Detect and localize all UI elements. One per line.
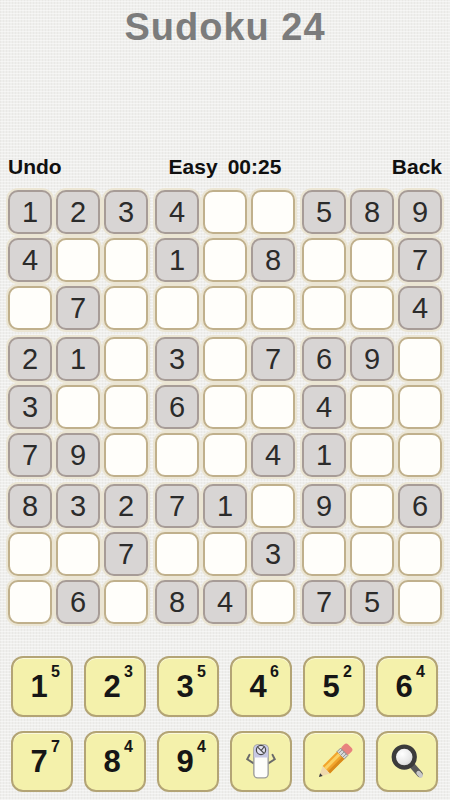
cell-r6c1[interactable]: 7 [8, 433, 52, 477]
digit-label: 3 [176, 671, 193, 702]
cell-r4c2[interactable]: 1 [56, 337, 100, 381]
cell-r1c7[interactable]: 5 [302, 190, 346, 234]
difficulty-label: Easy [169, 155, 218, 178]
cell-r9c8[interactable]: 5 [350, 580, 394, 624]
cell-r7c3[interactable]: 2 [104, 484, 148, 528]
cell-r9c3[interactable] [104, 580, 148, 624]
remaining-count-badge: 4 [197, 739, 206, 755]
cell-r3c5[interactable] [203, 286, 247, 330]
cell-r8c7[interactable] [302, 532, 346, 576]
block-3-1: 83276 [8, 484, 148, 624]
digit-label: 8 [103, 746, 120, 777]
cell-r6c8[interactable] [350, 433, 394, 477]
remaining-count-badge: 2 [343, 664, 352, 680]
cell-r1c8[interactable]: 8 [350, 190, 394, 234]
digit-label: 9 [176, 746, 193, 777]
cell-r7c4[interactable]: 7 [155, 484, 199, 528]
cell-r1c4[interactable]: 4 [155, 190, 199, 234]
cell-r4c6[interactable]: 7 [251, 337, 295, 381]
digit-button-7[interactable]: 77 [11, 731, 73, 792]
cell-r2c7[interactable] [302, 238, 346, 282]
cell-r2c4[interactable]: 1 [155, 238, 199, 282]
cell-r3c6[interactable] [251, 286, 295, 330]
cell-r1c6[interactable] [251, 190, 295, 234]
cell-r9c9[interactable] [398, 580, 442, 624]
block-1-3: 58974 [302, 190, 442, 330]
back-button[interactable]: Back [392, 155, 442, 179]
cell-r5c7[interactable]: 4 [302, 385, 346, 429]
digit-button-2[interactable]: 23 [84, 656, 146, 717]
remaining-count-badge: 3 [124, 664, 133, 680]
cell-r5c8[interactable] [350, 385, 394, 429]
block-1-2: 418 [155, 190, 295, 330]
remaining-count-badge: 7 [51, 739, 60, 755]
cell-r2c5[interactable] [203, 238, 247, 282]
cell-r4c8[interactable]: 9 [350, 337, 394, 381]
cell-r6c9[interactable] [398, 433, 442, 477]
digit-button-4[interactable]: 46 [230, 656, 292, 717]
cell-r8c6[interactable]: 3 [251, 532, 295, 576]
cell-r7c1[interactable]: 8 [8, 484, 52, 528]
cell-r7c9[interactable]: 6 [398, 484, 442, 528]
cell-r5c9[interactable] [398, 385, 442, 429]
game-toolbar: Undo Easy00:25 Back [8, 155, 442, 181]
digit-label: 1 [30, 671, 47, 702]
cell-r7c5[interactable]: 1 [203, 484, 247, 528]
cell-r3c9[interactable]: 4 [398, 286, 442, 330]
cell-r3c7[interactable] [302, 286, 346, 330]
cell-r5c4[interactable]: 6 [155, 385, 199, 429]
block-3-2: 71384 [155, 484, 295, 624]
block-3-3: 9675 [302, 484, 442, 624]
cell-r5c2[interactable] [56, 385, 100, 429]
cell-r7c8[interactable] [350, 484, 394, 528]
cell-r6c6[interactable]: 4 [251, 433, 295, 477]
digit-button-9[interactable]: 94 [157, 731, 219, 792]
cell-r9c7[interactable]: 7 [302, 580, 346, 624]
cell-r4c3[interactable] [104, 337, 148, 381]
cell-r9c4[interactable]: 8 [155, 580, 199, 624]
cell-r8c4[interactable] [155, 532, 199, 576]
cell-r3c3[interactable] [104, 286, 148, 330]
cell-r5c3[interactable] [104, 385, 148, 429]
cell-r1c5[interactable] [203, 190, 247, 234]
cell-r4c4[interactable]: 3 [155, 337, 199, 381]
cell-r8c5[interactable] [203, 532, 247, 576]
cell-r6c5[interactable] [203, 433, 247, 477]
cell-r7c2[interactable]: 3 [56, 484, 100, 528]
cell-r5c5[interactable] [203, 385, 247, 429]
digit-label: 6 [395, 671, 412, 702]
cell-r8c2[interactable] [56, 532, 100, 576]
cell-r3c1[interactable] [8, 286, 52, 330]
timer-label: 00:25 [228, 155, 282, 178]
pencil-button[interactable] [303, 731, 365, 792]
cell-r1c3[interactable]: 3 [104, 190, 148, 234]
cell-r3c4[interactable] [155, 286, 199, 330]
cell-r2c8[interactable] [350, 238, 394, 282]
digit-button-8[interactable]: 84 [84, 731, 146, 792]
cell-r9c6[interactable] [251, 580, 295, 624]
remaining-count-badge: 4 [124, 739, 133, 755]
cell-r2c9[interactable]: 7 [398, 238, 442, 282]
cell-r9c2[interactable]: 6 [56, 580, 100, 624]
digit-label: 2 [103, 671, 120, 702]
magnifier-button[interactable] [376, 731, 438, 792]
cell-r2c1[interactable]: 4 [8, 238, 52, 282]
cell-r6c2[interactable]: 9 [56, 433, 100, 477]
cell-r2c2[interactable] [56, 238, 100, 282]
digit-label: 5 [322, 671, 339, 702]
cell-r4c9[interactable] [398, 337, 442, 381]
cell-r4c5[interactable] [203, 337, 247, 381]
cell-r8c8[interactable] [350, 532, 394, 576]
cell-r1c1[interactable]: 1 [8, 190, 52, 234]
cell-r3c8[interactable] [350, 286, 394, 330]
remaining-count-badge: 6 [270, 664, 279, 680]
digit-button-3[interactable]: 35 [157, 656, 219, 717]
cell-r1c9[interactable]: 9 [398, 190, 442, 234]
cell-r8c3[interactable]: 7 [104, 532, 148, 576]
cell-r3c2[interactable]: 7 [56, 286, 100, 330]
cell-r4c1[interactable]: 2 [8, 337, 52, 381]
cell-r6c3[interactable] [104, 433, 148, 477]
cell-r2c3[interactable] [104, 238, 148, 282]
cell-r1c2[interactable]: 2 [56, 190, 100, 234]
remaining-count-badge: 4 [416, 664, 425, 680]
cell-r2c6[interactable]: 8 [251, 238, 295, 282]
digit-button-6[interactable]: 64 [376, 656, 438, 717]
app-title: Sudoku 24 [0, 6, 450, 49]
cell-r7c6[interactable] [251, 484, 295, 528]
status-center: Easy00:25 [8, 155, 442, 179]
digit-button-5[interactable]: 52 [303, 656, 365, 717]
remaining-count-badge: 5 [51, 664, 60, 680]
cell-r9c1[interactable] [8, 580, 52, 624]
block-1-1: 12347 [8, 190, 148, 330]
eraser-icon [239, 740, 283, 784]
cell-r6c7[interactable]: 1 [302, 433, 346, 477]
remaining-count-badge: 5 [197, 664, 206, 680]
cell-r5c6[interactable] [251, 385, 295, 429]
eraser-button[interactable] [230, 731, 292, 792]
magnifier-icon [385, 740, 429, 784]
digit-button-1[interactable]: 15 [11, 656, 73, 717]
cell-r6c4[interactable] [155, 433, 199, 477]
cell-r4c7[interactable]: 6 [302, 337, 346, 381]
sudoku-board: 1234741858974213793764694183276713849675 [8, 190, 442, 624]
pencil-icon [311, 739, 357, 785]
block-2-2: 3764 [155, 337, 295, 477]
number-pad: 152335465264778494 [11, 656, 438, 792]
cell-r7c7[interactable]: 9 [302, 484, 346, 528]
cell-r8c1[interactable] [8, 532, 52, 576]
cell-r5c1[interactable]: 3 [8, 385, 52, 429]
cell-r9c5[interactable]: 4 [203, 580, 247, 624]
block-2-3: 6941 [302, 337, 442, 477]
cell-r8c9[interactable] [398, 532, 442, 576]
digit-label: 4 [249, 671, 266, 702]
block-2-1: 21379 [8, 337, 148, 477]
digit-label: 7 [30, 746, 47, 777]
